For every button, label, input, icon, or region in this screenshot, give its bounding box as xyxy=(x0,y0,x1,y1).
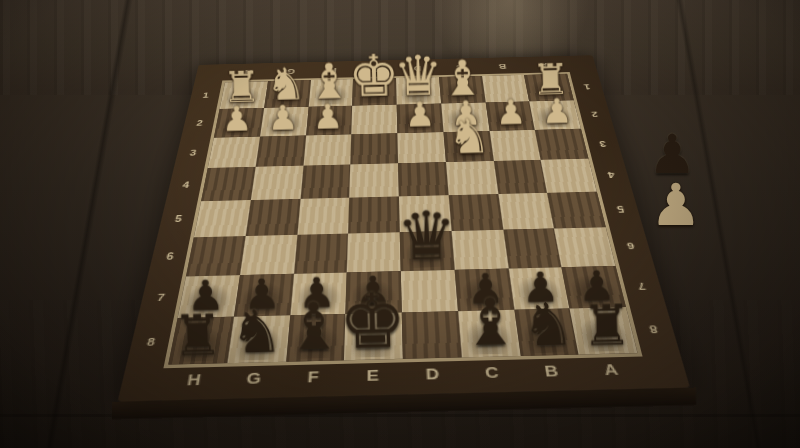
file-labels-far-B: B xyxy=(479,59,523,70)
white-pawn-d2: ♟ xyxy=(404,98,435,131)
file-labels-far-D: D xyxy=(396,61,439,72)
square-b1 xyxy=(482,75,530,102)
square-d5 xyxy=(399,195,451,232)
chess-board: HGFEDCBA HGFEDCBA 12345678 12345678 ♜♞♝♚… xyxy=(118,55,690,401)
rank-labels-left-5: 5 xyxy=(162,201,194,237)
square-a8: ♜ xyxy=(570,307,638,354)
square-b5 xyxy=(498,193,554,230)
rank-labels-left-8: 8 xyxy=(132,318,170,365)
black-pawn-a7: ♟ xyxy=(578,266,616,306)
square-f3 xyxy=(303,134,352,166)
rank-labels-left-1: 1 xyxy=(192,82,219,109)
square-h7: ♟ xyxy=(178,275,240,319)
file-labels-far-G: G xyxy=(269,64,312,75)
square-a3 xyxy=(535,128,589,160)
rank-labels-right-5: 5 xyxy=(604,191,638,227)
file-labels-near-G: G xyxy=(222,369,285,396)
square-f7: ♟ xyxy=(290,272,347,316)
white-pawn-b2: ♟ xyxy=(496,96,527,129)
square-h3 xyxy=(208,136,260,168)
black-pawn-e7: ♟ xyxy=(354,272,392,312)
square-h8: ♜ xyxy=(168,317,233,365)
square-f8: ♝ xyxy=(286,314,346,362)
chess-photo-canvas: HGFEDCBA HGFEDCBA 12345678 12345678 ♜♞♝♚… xyxy=(0,0,800,448)
square-a6 xyxy=(554,227,615,267)
square-c4 xyxy=(446,161,498,195)
square-e4 xyxy=(349,163,398,197)
file-labels-near-A: A xyxy=(580,360,645,386)
board-inner-strip: ♜♞♝♚♛♝♜♟♟♟♟♟♟♟♞♛♟♟♟♟♟♟♟♜♞♝♚♝♞♜ xyxy=(163,72,642,368)
square-f2: ♟ xyxy=(306,106,353,136)
square-g6 xyxy=(240,235,297,275)
square-c3: ♞ xyxy=(443,131,493,163)
board-scene: HGFEDCBA HGFEDCBA 12345678 12345678 ♜♞♝♚… xyxy=(66,52,735,428)
square-g8: ♞ xyxy=(227,316,290,364)
white-king-e1: ♚ xyxy=(348,49,401,105)
square-a5 xyxy=(547,192,605,229)
rank-labels-right-4: 4 xyxy=(595,158,627,191)
file-labels-near-D: D xyxy=(403,364,464,391)
square-g3 xyxy=(255,135,305,167)
rank-labels-right-6: 6 xyxy=(613,226,649,265)
square-e7: ♟ xyxy=(346,271,402,314)
square-d8 xyxy=(402,311,462,358)
square-h1: ♜ xyxy=(220,81,268,109)
square-e2 xyxy=(352,104,398,134)
square-f1: ♝ xyxy=(308,79,353,107)
rank-labels-left-2: 2 xyxy=(185,109,213,138)
square-d4 xyxy=(398,162,448,196)
black-pawn-h7: ♟ xyxy=(186,276,224,316)
white-queen-d1: ♛ xyxy=(393,50,444,103)
white-pawn-g2: ♟ xyxy=(267,102,298,135)
square-f4 xyxy=(300,165,351,199)
file-labels-far-C: C xyxy=(438,60,481,71)
square-c1: ♝ xyxy=(439,76,485,103)
file-labels-near-F: F xyxy=(283,367,344,394)
white-pawn-f2: ♟ xyxy=(313,101,344,134)
square-d1: ♛ xyxy=(396,77,441,105)
file-labels-near-B: B xyxy=(521,361,585,388)
square-a4 xyxy=(541,159,597,193)
white-bishop-f1: ♝ xyxy=(307,58,352,105)
square-c8: ♝ xyxy=(458,310,520,357)
square-b4 xyxy=(493,160,547,194)
file-labels-far-A: A xyxy=(521,58,565,69)
rank-labels-right-3: 3 xyxy=(587,128,618,159)
file-labels-far-F: F xyxy=(311,63,354,74)
rank-labels-left-3: 3 xyxy=(178,138,207,169)
square-b3 xyxy=(489,130,541,162)
square-e5 xyxy=(348,196,399,233)
square-a7: ♟ xyxy=(562,265,626,308)
square-e1: ♚ xyxy=(352,78,396,106)
square-c7: ♟ xyxy=(454,268,513,311)
file-labels-near-H: H xyxy=(162,370,226,397)
square-b8: ♞ xyxy=(514,309,579,356)
black-pawn-b7: ♟ xyxy=(522,267,560,307)
square-e6 xyxy=(347,232,401,272)
file-labels-far-E: E xyxy=(353,62,395,73)
black-pawn-g7: ♟ xyxy=(242,274,280,314)
square-h5 xyxy=(194,200,251,237)
square-c6 xyxy=(451,230,508,270)
rank-labels-left-4: 4 xyxy=(170,168,201,202)
square-a1: ♜ xyxy=(524,74,573,101)
square-b7: ♟ xyxy=(508,267,570,310)
rank-labels-left-7: 7 xyxy=(143,276,179,319)
square-e8: ♚ xyxy=(344,313,403,360)
square-b2: ♟ xyxy=(485,101,535,130)
square-h6 xyxy=(186,236,245,276)
black-pawn-f7: ♟ xyxy=(298,273,336,313)
square-g4 xyxy=(251,166,303,200)
white-pawn-a2: ♟ xyxy=(542,95,573,128)
board-squares: ♜♞♝♚♛♝♜♟♟♟♟♟♟♟♞♛♟♟♟♟♟♟♟♜♞♝♚♝♞♜ xyxy=(168,74,637,365)
square-d3 xyxy=(397,132,445,164)
black-pawn-c7: ♟ xyxy=(466,269,504,309)
file-labels-far-H: H xyxy=(226,65,270,76)
rank-labels-left-6: 6 xyxy=(153,237,187,277)
rank-labels-right-2: 2 xyxy=(580,99,609,128)
square-h2: ♟ xyxy=(214,108,264,138)
square-e3 xyxy=(351,133,399,165)
square-g1: ♞ xyxy=(264,80,311,108)
file-labels-near-E: E xyxy=(343,366,403,393)
white-pawn-h2: ♟ xyxy=(221,103,252,136)
square-g7: ♟ xyxy=(234,273,294,317)
square-c5 xyxy=(448,194,502,231)
square-d6: ♛ xyxy=(400,231,455,271)
square-d2: ♟ xyxy=(397,103,444,132)
square-g5 xyxy=(245,199,300,236)
square-f5 xyxy=(297,198,350,235)
square-d7 xyxy=(401,269,458,312)
square-h4 xyxy=(201,167,255,201)
square-a2: ♟ xyxy=(529,100,580,129)
file-labels-near-C: C xyxy=(462,363,524,390)
rank-labels-right-7: 7 xyxy=(623,265,661,307)
rank-labels-right-1: 1 xyxy=(573,73,601,100)
square-g2: ♟ xyxy=(260,107,308,137)
square-b6 xyxy=(503,228,562,268)
square-f6 xyxy=(293,233,348,273)
square-c2: ♟ xyxy=(441,102,489,131)
